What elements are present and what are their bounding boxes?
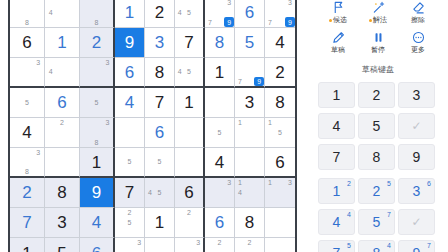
cell-r7c6[interactable]: 6 (175, 178, 205, 208)
pencil-mark-4: 4 (145, 188, 155, 198)
pause-button[interactable]: 暂停 (358, 31, 398, 60)
cell-r2c5[interactable]: 3 (145, 28, 175, 58)
pencil-mark-3: 3 (134, 238, 144, 248)
pencil-mark-7: 7 (235, 77, 245, 86)
cell-r5c9[interactable]: 15 (265, 118, 295, 148)
key-5-button[interactable]: 5 (358, 113, 395, 139)
cell-r5c7[interactable]: 5 (205, 118, 235, 148)
given-digit: 5 (57, 245, 66, 252)
pencil-mark-8: 8 (21, 17, 32, 27)
cell-r6c9[interactable]: 6 (265, 148, 295, 178)
remaining-count: 2 (347, 180, 351, 187)
pencil-mark-5: 5 (215, 128, 225, 138)
entered-digit: 2 (92, 34, 101, 51)
cell-r4c7[interactable] (205, 88, 235, 118)
given-digit: 2 (275, 64, 284, 81)
entered-digit: 2 (22, 184, 31, 201)
pencil-mark-2: 2 (125, 208, 135, 218)
given-digit: 1 (22, 245, 31, 252)
cell-r8c7[interactable]: 6 (205, 208, 235, 238)
given-digit: 7 (184, 34, 193, 51)
cell-r4c2[interactable]: 6 (45, 88, 80, 118)
key-5-button[interactable]: 57 (358, 209, 395, 235)
cell-r1c2[interactable]: 4 (45, 0, 80, 28)
tool-label: 候选 (333, 15, 347, 25)
cell-r8c8[interactable]: 8 (235, 208, 265, 238)
notification-dot (369, 19, 372, 22)
entered-digit: 6 (215, 214, 224, 231)
pencil-mark-3: 3 (102, 58, 113, 67)
given-digit: 6 (275, 154, 284, 171)
cell-r2c8[interactable]: 5 (235, 28, 265, 58)
cell-r3c9[interactable]: 2 (265, 58, 295, 88)
cell-r9c7[interactable]: 2 (205, 238, 235, 252)
cell-r7c2[interactable]: 8 (45, 178, 80, 208)
entered-digit: 9 (92, 184, 101, 201)
cell-r2c9[interactable]: 4 (265, 28, 295, 58)
pencil-mark-3: 3 (285, 178, 295, 188)
tool-label: 擦除 (411, 15, 425, 25)
given-digit: 6 (184, 184, 193, 201)
cell-r7c7[interactable]: 3 (205, 178, 235, 208)
side-panel: 候选 解法 擦除 草稿 暂停 更多 草稿键盘 (318, 0, 440, 252)
key-4-button[interactable]: 44 (318, 209, 355, 235)
remaining-count: 4 (387, 242, 391, 249)
pencil-mark-2: 2 (245, 238, 255, 248)
given-digit: 1 (215, 64, 224, 81)
key-2-button[interactable]: 2 (358, 82, 395, 108)
pencil-mark-5: 5 (275, 128, 285, 138)
key-4-button[interactable]: 4 (318, 113, 355, 139)
tool-label: 暂停 (371, 45, 385, 55)
entered-digit: 6 (155, 124, 164, 141)
cell-r2c7[interactable]: 8 (205, 28, 235, 58)
pencil-mark-3: 3 (33, 58, 44, 67)
remaining-count: 5 (387, 180, 391, 187)
given-digit: 8 (245, 214, 254, 231)
solution-button[interactable]: 解法 (358, 1, 398, 30)
number-keypad-plain: 12345✓789 (318, 82, 438, 170)
cell-r7c1[interactable]: 2 (10, 178, 45, 208)
flag-icon (332, 1, 345, 14)
entered-digit: 7 (22, 214, 31, 231)
key-1-button[interactable]: 12 (318, 178, 355, 204)
cell-r4c4[interactable]: 4 (115, 88, 145, 118)
pencil-mark-8: 8 (21, 167, 32, 176)
cell-r1c9[interactable]: 379 (265, 0, 295, 28)
number-keypad-draft: 1225364457✓758497 (318, 178, 438, 252)
pencil-mark-4: 4 (175, 8, 184, 18)
cell-r3c3[interactable]: 3 (80, 58, 115, 88)
tool-label: 解法 (373, 15, 387, 25)
cell-r6c1[interactable]: 38 (10, 148, 45, 178)
cell-r6c7[interactable]: 4 (205, 148, 235, 178)
pencil-mark-3: 3 (194, 238, 203, 248)
cell-r8c2[interactable]: 3 (45, 208, 80, 238)
given-digit: 4 (22, 124, 31, 141)
cell-r5c3[interactable]: 38 (80, 118, 115, 148)
cell-r9c2[interactable]: 5 (45, 238, 80, 252)
pencil-mark-2: 2 (184, 208, 193, 218)
cell-r1c5[interactable]: 2 (145, 0, 175, 28)
tool-label: 更多 (411, 45, 425, 55)
cell-r8c4[interactable]: 25 (115, 208, 145, 238)
pencil-mark-2: 2 (56, 118, 67, 128)
more-icon (412, 31, 425, 44)
cell-r2c2[interactable]: 1 (45, 28, 80, 58)
entered-digit: 4 (92, 214, 101, 231)
entered-digit: 9 (125, 34, 134, 51)
cell-r4c5[interactable]: 7 (145, 88, 175, 118)
pencil-mark-1: 1 (235, 118, 245, 128)
pencil-mark-5: 5 (184, 8, 193, 18)
given-digit: 3 (245, 94, 254, 111)
pause-icon (372, 31, 385, 44)
pencil-mark-8: 8 (91, 17, 102, 27)
given-digit: 3 (57, 214, 66, 231)
pencil-mark-4: 4 (45, 67, 56, 76)
pencil-mark-1: 1 (265, 178, 275, 188)
cell-r1c3[interactable]: 8 (80, 0, 115, 28)
cell-r9c4[interactable]: 3 (115, 238, 145, 252)
entered-digit: 6 (92, 245, 101, 252)
cell-r3c8[interactable]: 79 (235, 58, 265, 88)
key-9-button[interactable]: 97 (398, 240, 435, 252)
pencil-mark-5: 5 (21, 98, 32, 108)
cell-r7c5[interactable]: 45 (145, 178, 175, 208)
key-8-button[interactable]: 8 (358, 144, 395, 170)
sudoku-board: 8481245379637961293785434368451792565471… (8, 0, 297, 252)
entered-digit: 6 (57, 94, 66, 111)
given-digit: 8 (155, 64, 164, 81)
pencil-mark-1: 1 (235, 178, 245, 188)
cell-r2c1[interactable]: 6 (10, 28, 45, 58)
pencil-mark-9: 9 (224, 17, 234, 27)
pencil-mark-5: 5 (91, 98, 102, 108)
cell-r3c7[interactable]: 1 (205, 58, 235, 88)
cell-r8c6[interactable]: 2 (175, 208, 205, 238)
cell-r9c1[interactable]: 1 (10, 238, 45, 252)
cell-r5c4[interactable] (115, 118, 145, 148)
pencil-mark-5: 5 (155, 188, 165, 198)
key-3-button[interactable]: 3 (398, 82, 435, 108)
given-digit: 1 (155, 214, 164, 231)
cell-r3c2[interactable]: 4 (45, 58, 80, 88)
cell-r3c6[interactable]: 45 (175, 58, 205, 88)
cell-r4c6[interactable]: 1 (175, 88, 205, 118)
cell-r6c5[interactable]: 5 (145, 148, 175, 178)
more-button[interactable]: 更多 (398, 31, 438, 60)
cell-r5c8[interactable]: 1 (235, 118, 265, 148)
cell-r6c6[interactable] (175, 148, 205, 178)
tool-label: 草稿 (331, 45, 345, 55)
given-digit: 4 (275, 34, 284, 51)
given-digit: 4 (215, 154, 224, 171)
pencil-mark-3: 3 (285, 0, 295, 8)
given-digit: 8 (275, 94, 284, 111)
cell-r6c4[interactable]: 5 (115, 148, 145, 178)
remaining-count: 5 (347, 242, 351, 249)
pencil-mark-4: 4 (235, 188, 245, 198)
pencil-mark-5: 5 (184, 67, 193, 76)
eraser-icon (412, 1, 425, 14)
toolbar: 候选 解法 擦除 草稿 暂停 更多 (318, 1, 438, 60)
cell-r3c1[interactable]: 3 (10, 58, 45, 88)
key-7-button[interactable]: 75 (318, 240, 355, 252)
pencil-mark-4: 4 (175, 67, 184, 76)
pencil-mark-9: 9 (285, 17, 295, 27)
entered-digit: 5 (245, 34, 254, 51)
pencil-icon (332, 31, 345, 44)
pencil-mark-4: 4 (45, 8, 56, 18)
erase-button[interactable]: 擦除 (398, 1, 438, 30)
cell-r4c9[interactable]: 8 (265, 88, 295, 118)
given-digit: 1 (92, 154, 101, 171)
cell-r2c3[interactable]: 2 (80, 28, 115, 58)
candidates-button[interactable]: 候选 (318, 1, 358, 30)
cell-r8c3[interactable]: 4 (80, 208, 115, 238)
cell-r4c1[interactable]: 5 (10, 88, 45, 118)
magic-wand-icon (372, 1, 385, 14)
draft-button[interactable]: 草稿 (318, 31, 358, 60)
cell-r9c9[interactable] (265, 238, 295, 252)
remaining-count: 7 (427, 242, 431, 249)
given-digit: 1 (184, 94, 193, 111)
key-3-button[interactable]: 36 (398, 178, 435, 204)
cell-r7c3[interactable]: 9 (80, 178, 115, 208)
cell-r3c5[interactable]: 8 (145, 58, 175, 88)
given-digit: 6 (22, 34, 31, 51)
cell-r8c9[interactable] (265, 208, 295, 238)
entered-digit: 1 (57, 34, 66, 51)
pencil-mark-5: 5 (125, 218, 135, 228)
key-6-complete-check[interactable]: ✓ (398, 113, 435, 139)
cell-r9c8[interactable]: 2 (235, 238, 265, 252)
key-9-button[interactable]: 9 (398, 144, 435, 170)
given-digit: 2 (155, 4, 164, 21)
cell-r1c8[interactable]: 6 (235, 0, 265, 28)
entered-digit: 6 (245, 4, 254, 21)
cell-r4c3[interactable]: 5 (80, 88, 115, 118)
cell-r1c6[interactable]: 45 (175, 0, 205, 28)
cell-r7c8[interactable]: 14 (235, 178, 265, 208)
entered-digit: 6 (125, 64, 134, 81)
cell-r6c2[interactable] (45, 148, 80, 178)
cell-r8c5[interactable]: 1 (145, 208, 175, 238)
cell-r9c3[interactable]: 6 (80, 238, 115, 252)
draft-keyboard-label: 草稿键盘 (318, 64, 438, 75)
key-8-button[interactable]: 84 (358, 240, 395, 252)
cell-r5c5[interactable]: 6 (145, 118, 175, 148)
given-digit: 8 (57, 184, 66, 201)
pencil-mark-5: 5 (155, 157, 165, 166)
key-6-complete-check[interactable]: ✓ (398, 209, 435, 235)
pencil-mark-3: 3 (33, 148, 44, 157)
key-2-button[interactable]: 25 (358, 178, 395, 204)
pencil-mark-3: 3 (224, 0, 234, 8)
cell-r9c6[interactable]: 3 (175, 238, 205, 252)
cell-r6c3[interactable]: 1 (80, 148, 115, 178)
cell-r3c4[interactable]: 6 (115, 58, 145, 88)
cell-r8c1[interactable]: 7 (10, 208, 45, 238)
entered-digit: 8 (215, 34, 224, 51)
cell-r1c1[interactable]: 8 (10, 0, 45, 28)
cell-r6c8[interactable] (235, 148, 265, 178)
key-7-button[interactable]: 7 (318, 144, 355, 170)
pencil-mark-9: 9 (254, 77, 264, 86)
pencil-mark-1: 1 (265, 118, 275, 128)
cell-r2c4[interactable]: 9 (115, 28, 145, 58)
sudoku-app: 8481245379637961293785434368451792565471… (0, 0, 448, 252)
pencil-mark-7: 7 (205, 17, 215, 27)
given-digit: 7 (155, 94, 164, 111)
given-digit: 7 (125, 184, 134, 201)
entered-digit: 1 (125, 4, 134, 21)
cell-r4c8[interactable]: 3 (235, 88, 265, 118)
remaining-count: 7 (387, 211, 391, 218)
cell-r2c6[interactable]: 7 (175, 28, 205, 58)
remaining-count: 6 (427, 180, 431, 187)
cell-r9c5[interactable] (145, 238, 175, 252)
pencil-mark-2: 2 (215, 238, 225, 248)
cell-r1c7[interactable]: 379 (205, 0, 235, 28)
pencil-mark-3: 3 (102, 118, 113, 128)
key-1-button[interactable]: 1 (318, 82, 355, 108)
entered-digit: 4 (125, 94, 134, 111)
pencil-mark-8: 8 (91, 137, 102, 147)
pencil-mark-7: 7 (265, 17, 275, 27)
cell-r5c1[interactable]: 4 (10, 118, 45, 148)
remaining-count: 4 (347, 211, 351, 218)
cell-r5c6[interactable] (175, 118, 205, 148)
entered-digit: 3 (155, 34, 164, 51)
cell-r5c2[interactable]: 2 (45, 118, 80, 148)
cell-r1c4[interactable]: 1 (115, 0, 145, 28)
pencil-mark-5: 5 (125, 157, 135, 166)
cell-r7c9[interactable]: 13 (265, 178, 295, 208)
cell-r7c4[interactable]: 7 (115, 178, 145, 208)
pencil-mark-3: 3 (224, 178, 234, 188)
notification-dot (329, 19, 332, 22)
